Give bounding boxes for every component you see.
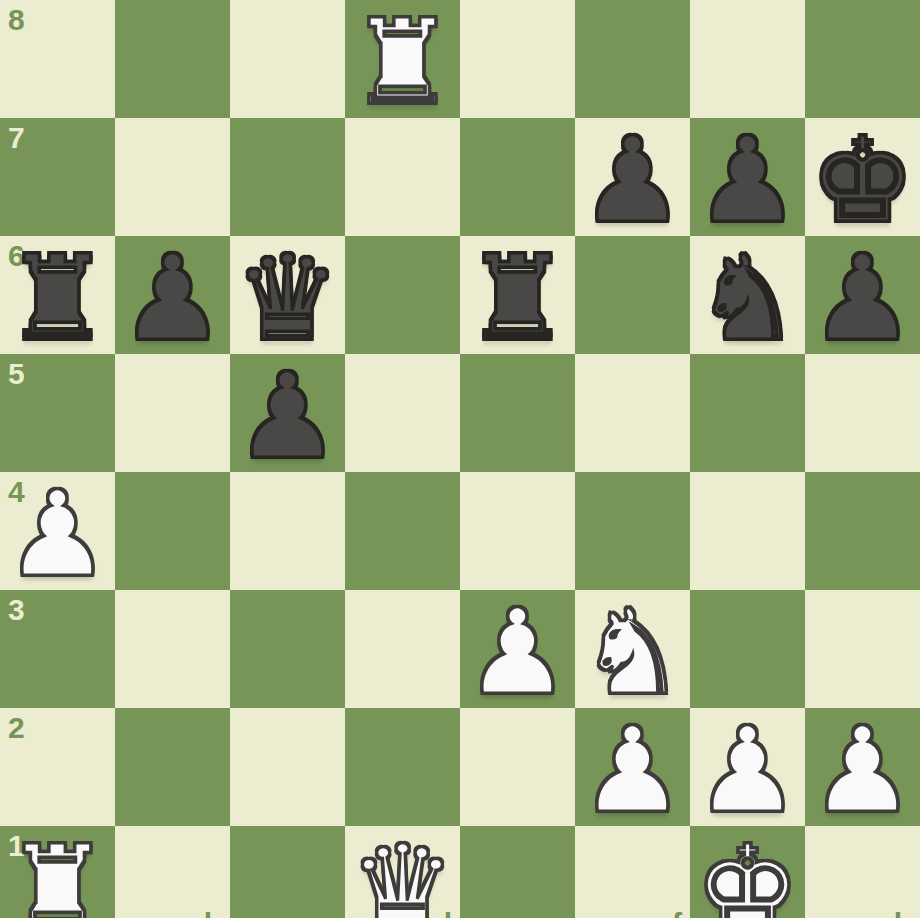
square-b1[interactable]: b: [115, 826, 230, 918]
square-b4[interactable]: [115, 472, 230, 590]
square-e8[interactable]: [460, 0, 575, 118]
square-f6[interactable]: [575, 236, 690, 354]
square-d6[interactable]: [345, 236, 460, 354]
square-d3[interactable]: [345, 590, 460, 708]
square-a4[interactable]: 4♟: [0, 472, 115, 590]
square-h8[interactable]: [805, 0, 920, 118]
square-d7[interactable]: [345, 118, 460, 236]
piece-black-knight-g6[interactable]: ♞: [695, 239, 801, 357]
square-b7[interactable]: [115, 118, 230, 236]
piece-white-king-g1[interactable]: ♚: [695, 829, 801, 918]
file-label-f: f: [672, 909, 682, 918]
piece-black-pawn-c5[interactable]: ♟: [235, 357, 341, 475]
square-c2[interactable]: [230, 708, 345, 826]
square-d8[interactable]: ♜: [345, 0, 460, 118]
square-f1[interactable]: f: [575, 826, 690, 918]
square-a3[interactable]: 3: [0, 590, 115, 708]
square-f3[interactable]: ♞: [575, 590, 690, 708]
piece-white-pawn-e3[interactable]: ♟: [465, 593, 571, 711]
piece-white-pawn-a4[interactable]: ♟: [5, 475, 111, 593]
piece-black-rook-a6[interactable]: ♜: [5, 239, 111, 357]
square-c6[interactable]: ♛: [230, 236, 345, 354]
square-h7[interactable]: ♚: [805, 118, 920, 236]
square-a5[interactable]: 5: [0, 354, 115, 472]
square-b6[interactable]: ♟: [115, 236, 230, 354]
square-f5[interactable]: [575, 354, 690, 472]
square-d5[interactable]: [345, 354, 460, 472]
square-e1[interactable]: e: [460, 826, 575, 918]
piece-white-rook-d8[interactable]: ♜: [350, 3, 456, 121]
file-label-h: h: [894, 909, 912, 918]
file-label-b: b: [204, 909, 222, 918]
square-g8[interactable]: [690, 0, 805, 118]
square-g1[interactable]: g♚: [690, 826, 805, 918]
piece-black-pawn-b6[interactable]: ♟: [120, 239, 226, 357]
file-label-c: c: [320, 909, 337, 918]
square-b8[interactable]: [115, 0, 230, 118]
square-g3[interactable]: [690, 590, 805, 708]
square-b5[interactable]: [115, 354, 230, 472]
rank-label-2: 2: [8, 713, 25, 743]
square-e3[interactable]: ♟: [460, 590, 575, 708]
square-f2[interactable]: ♟: [575, 708, 690, 826]
square-e4[interactable]: [460, 472, 575, 590]
square-d2[interactable]: [345, 708, 460, 826]
square-g6[interactable]: ♞: [690, 236, 805, 354]
square-e2[interactable]: [460, 708, 575, 826]
piece-black-rook-e6[interactable]: ♜: [465, 239, 571, 357]
square-d4[interactable]: [345, 472, 460, 590]
piece-white-pawn-g2[interactable]: ♟: [695, 711, 801, 829]
square-h1[interactable]: h: [805, 826, 920, 918]
square-g2[interactable]: ♟: [690, 708, 805, 826]
square-g4[interactable]: [690, 472, 805, 590]
square-h2[interactable]: ♟: [805, 708, 920, 826]
square-e6[interactable]: ♜: [460, 236, 575, 354]
file-label-e: e: [550, 909, 567, 918]
square-a1[interactable]: 1a♜: [0, 826, 115, 918]
square-c5[interactable]: ♟: [230, 354, 345, 472]
square-h5[interactable]: [805, 354, 920, 472]
piece-black-queen-c6[interactable]: ♛: [235, 239, 341, 357]
square-c3[interactable]: [230, 590, 345, 708]
rank-label-3: 3: [8, 595, 25, 625]
piece-white-knight-f3[interactable]: ♞: [580, 593, 686, 711]
square-h4[interactable]: [805, 472, 920, 590]
square-h6[interactable]: ♟: [805, 236, 920, 354]
piece-white-pawn-f2[interactable]: ♟: [580, 711, 686, 829]
square-c8[interactable]: [230, 0, 345, 118]
square-a7[interactable]: 7: [0, 118, 115, 236]
piece-white-rook-a1[interactable]: ♜: [5, 829, 111, 918]
square-c4[interactable]: [230, 472, 345, 590]
piece-black-pawn-f7[interactable]: ♟: [580, 121, 686, 239]
square-f7[interactable]: ♟: [575, 118, 690, 236]
chess-board: 8♜7♟♟♚6♜♟♛♜♞♟5♟4♟3♟♞2♟♟♟1a♜bcd♛efg♚h: [0, 0, 920, 918]
square-c1[interactable]: c: [230, 826, 345, 918]
square-a6[interactable]: 6♜: [0, 236, 115, 354]
square-f4[interactable]: [575, 472, 690, 590]
square-a2[interactable]: 2: [0, 708, 115, 826]
square-g7[interactable]: ♟: [690, 118, 805, 236]
piece-white-pawn-h2[interactable]: ♟: [810, 711, 916, 829]
square-g5[interactable]: [690, 354, 805, 472]
square-e7[interactable]: [460, 118, 575, 236]
square-b3[interactable]: [115, 590, 230, 708]
piece-black-pawn-g7[interactable]: ♟: [695, 121, 801, 239]
square-e5[interactable]: [460, 354, 575, 472]
square-a8[interactable]: 8: [0, 0, 115, 118]
piece-black-pawn-h6[interactable]: ♟: [810, 239, 916, 357]
square-b2[interactable]: [115, 708, 230, 826]
square-h3[interactable]: [805, 590, 920, 708]
square-c7[interactable]: [230, 118, 345, 236]
piece-white-queen-d1[interactable]: ♛: [350, 829, 456, 918]
square-d1[interactable]: d♛: [345, 826, 460, 918]
rank-label-5: 5: [8, 359, 25, 389]
square-f8[interactable]: [575, 0, 690, 118]
rank-label-8: 8: [8, 5, 25, 35]
piece-black-king-h7[interactable]: ♚: [810, 121, 916, 239]
rank-label-7: 7: [8, 123, 25, 153]
